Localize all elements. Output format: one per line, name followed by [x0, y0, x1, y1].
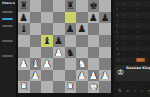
piece-white-pawn[interactable]: ♟ [31, 70, 40, 82]
square-g1[interactable]: ♚ [88, 81, 100, 93]
black-move[interactable]: ··· [136, 13, 149, 17]
square-b5[interactable] [30, 35, 42, 47]
move-number: 10. [116, 52, 123, 56]
move-row-1[interactable]: 1.······ [116, 1, 150, 7]
square-g4[interactable] [88, 47, 100, 59]
square-b3[interactable]: ♝ [30, 58, 42, 70]
square-h5[interactable] [99, 35, 111, 47]
site-logo[interactable]: Chess.org [2, 1, 15, 6]
square-f2[interactable]: ♟ [76, 70, 88, 82]
square-h6[interactable] [99, 23, 111, 35]
game-panel: 1.······2.······3.······4.······5.······… [112, 0, 150, 97]
black-move[interactable]: ··· [136, 47, 149, 51]
piece-black-rook[interactable]: ♜ [19, 0, 28, 12]
square-b7[interactable] [30, 12, 42, 24]
first-move-icon[interactable]: « [126, 88, 129, 94]
piece-black-knight[interactable]: ♞ [66, 47, 75, 59]
square-d3[interactable] [53, 58, 65, 70]
last-move-icon[interactable]: » [147, 88, 150, 94]
move-number: 2. [116, 7, 123, 11]
piece-white-bishop[interactable]: ♝ [31, 58, 40, 70]
white-move[interactable]: ··· [123, 24, 136, 28]
square-d7[interactable] [53, 12, 65, 24]
player-card[interactable]: ♔ Russian King ··· ····· ··· [115, 65, 150, 81]
square-e6[interactable]: ♟ [65, 23, 77, 35]
move-number: 3. [116, 13, 123, 17]
piece-black-pawn[interactable]: ♟ [66, 23, 75, 35]
white-move[interactable]: ··· [123, 2, 136, 6]
piece-black-bishop[interactable]: ♝ [43, 35, 52, 47]
square-a3[interactable]: ♟ [18, 58, 30, 70]
move-number: 5. [116, 24, 123, 28]
sidebar-nav-item-4[interactable] [2, 40, 13, 42]
square-c5[interactable]: ♝ [41, 35, 53, 47]
piece-white-pawn[interactable]: ♟ [54, 47, 63, 59]
board-controls: ⇅«‹›» [113, 87, 150, 97]
black-move[interactable]: ··· [136, 24, 149, 28]
square-f5[interactable] [76, 35, 88, 47]
piece-white-pawn[interactable]: ♟ [19, 58, 28, 70]
move-number: 4. [116, 19, 123, 23]
piece-black-rook[interactable]: ♜ [66, 0, 75, 12]
square-e5[interactable] [65, 35, 77, 47]
square-c3[interactable]: ♟ [41, 58, 53, 70]
square-e7[interactable] [65, 12, 77, 24]
piece-white-rook[interactable]: ♜ [19, 81, 28, 93]
piece-white-king[interactable]: ♚ [89, 81, 98, 93]
square-a1[interactable]: ♜ [18, 81, 30, 93]
white-move[interactable]: ··· [123, 7, 136, 11]
piece-black-king[interactable]: ♚ [89, 0, 98, 12]
square-b1[interactable] [30, 81, 42, 93]
move-row-4[interactable]: 4.······ [116, 18, 150, 24]
square-b6[interactable] [30, 23, 42, 35]
piece-black-bishop[interactable]: ♝ [19, 23, 28, 35]
white-move[interactable]: ··· [123, 41, 136, 45]
square-g2[interactable]: ♟ [88, 70, 100, 82]
square-b2[interactable]: ♟ [30, 70, 42, 82]
square-c4[interactable] [41, 47, 53, 59]
piece-white-pawn[interactable]: ♟ [77, 70, 86, 82]
square-h8[interactable] [99, 0, 111, 12]
sidebar-nav-item-1[interactable] [2, 11, 13, 13]
square-a6[interactable]: ♝ [18, 23, 30, 35]
square-f6[interactable]: ♟ [76, 23, 88, 35]
square-c6[interactable] [41, 23, 53, 35]
white-move[interactable]: ··· [123, 47, 136, 51]
piece-black-pawn[interactable]: ♟ [77, 23, 86, 35]
nav-menu [2, 11, 14, 57]
piece-white-pawn[interactable]: ♟ [89, 70, 98, 82]
white-king-icon: ♔ [117, 68, 124, 78]
square-g6[interactable] [88, 23, 100, 35]
move-row-8[interactable]: 8.······ [116, 40, 150, 46]
sidebar-nav-item-5[interactable] [2, 55, 13, 57]
piece-black-pawn[interactable]: ♟ [101, 12, 110, 24]
square-e3[interactable] [65, 58, 77, 70]
square-f3[interactable]: ♞ [76, 58, 88, 70]
square-f1[interactable] [76, 81, 88, 93]
square-d2[interactable] [53, 70, 65, 82]
square-d5[interactable]: ♟ [53, 35, 65, 47]
square-d4[interactable]: ♟ [53, 47, 65, 59]
move-number: 9. [116, 47, 123, 51]
piece-black-pawn[interactable]: ♟ [54, 35, 63, 47]
board-area: ♜♜♚♟♟♟♝♟♟♝♟♟♞♟♝♟♞♟♟♟♟♜♜♚ [17, 0, 112, 97]
black-move[interactable]: ··· [136, 41, 149, 45]
square-f7[interactable] [76, 12, 88, 24]
square-a5[interactable] [18, 35, 30, 47]
square-a2[interactable] [18, 70, 30, 82]
move-row-6[interactable]: 6.······ [116, 29, 150, 35]
square-c1[interactable] [41, 81, 53, 93]
move-number: 8. [116, 41, 123, 45]
square-h2[interactable]: ♟ [99, 70, 111, 82]
square-e8[interactable]: ♜ [65, 0, 77, 12]
black-move[interactable]: ··· [136, 35, 149, 39]
piece-white-knight[interactable]: ♞ [77, 58, 86, 70]
piece-black-pawn[interactable]: ♟ [19, 12, 28, 24]
square-f4[interactable] [76, 47, 88, 59]
square-c7[interactable] [41, 12, 53, 24]
sidebar-nav-item-2[interactable] [2, 18, 13, 20]
square-g5[interactable] [88, 35, 100, 47]
move-row-3[interactable]: 3.······ [116, 12, 150, 18]
square-d8[interactable] [53, 0, 65, 12]
square-h1[interactable] [99, 81, 111, 93]
square-b4[interactable] [30, 47, 42, 59]
square-e2[interactable] [65, 70, 77, 82]
white-move[interactable]: ··· [123, 30, 136, 34]
square-h3[interactable] [99, 58, 111, 70]
next-move-icon[interactable]: › [141, 88, 143, 94]
square-b8[interactable] [30, 0, 42, 12]
move-number: 11. [116, 58, 123, 62]
sidebar-nav-item-3[interactable] [2, 25, 13, 27]
prev-move-icon[interactable]: ‹ [134, 88, 136, 94]
square-c8[interactable] [41, 0, 53, 12]
left-sidebar: Chess.org [0, 0, 17, 97]
black-move[interactable]: ··· [136, 7, 149, 11]
square-a4[interactable] [18, 47, 30, 59]
chess-board[interactable]: ♜♜♚♟♟♟♝♟♟♝♟♟♞♟♝♟♞♟♟♟♟♜♜♚ [18, 0, 111, 93]
flip-board-icon[interactable]: ⇅ [118, 88, 122, 94]
player-name: Russian King [126, 66, 150, 70]
square-h7[interactable]: ♟ [99, 12, 111, 24]
piece-white-pawn[interactable]: ♟ [101, 70, 110, 82]
white-move[interactable]: ··· [123, 13, 136, 17]
square-e1[interactable]: ♜ [65, 81, 77, 93]
white-move[interactable]: ··· [123, 19, 136, 23]
square-d1[interactable] [53, 81, 65, 93]
black-move[interactable]: ··· [136, 2, 149, 6]
piece-white-rook[interactable]: ♜ [66, 81, 75, 93]
square-d6[interactable] [53, 23, 65, 35]
square-g3[interactable] [88, 58, 100, 70]
square-f8[interactable] [76, 0, 88, 12]
move-number: 7. [116, 35, 123, 39]
square-e4[interactable]: ♞ [65, 47, 77, 59]
square-h4[interactable] [99, 47, 111, 59]
square-a8[interactable]: ♜ [18, 0, 30, 12]
move-row-2[interactable]: 2.······ [116, 7, 150, 13]
black-move[interactable]: ··· [136, 19, 149, 23]
square-g7[interactable]: ♟ [88, 12, 100, 24]
square-a7[interactable]: ♟ [18, 12, 30, 24]
square-c2[interactable] [41, 70, 53, 82]
move-number: 1. [116, 2, 123, 6]
piece-black-pawn[interactable]: ♟ [89, 12, 98, 24]
move-row-9[interactable]: 9.······ [116, 46, 150, 52]
move-row-7[interactable]: 7.······ [116, 35, 150, 41]
move-row-5[interactable]: 5.······ [116, 23, 150, 29]
white-move[interactable]: ··· [123, 35, 136, 39]
black-move[interactable]: ··· [136, 30, 149, 34]
move-number: 6. [116, 30, 123, 34]
piece-white-pawn[interactable]: ♟ [43, 58, 52, 70]
square-g8[interactable]: ♚ [88, 0, 100, 12]
